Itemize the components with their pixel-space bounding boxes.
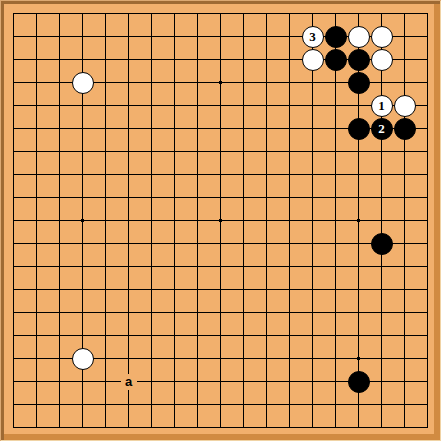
board-label-a: a — [121, 374, 137, 390]
board-labels-layer: a — [0, 0, 441, 441]
go-board-diagram: 312 a — [0, 0, 441, 441]
